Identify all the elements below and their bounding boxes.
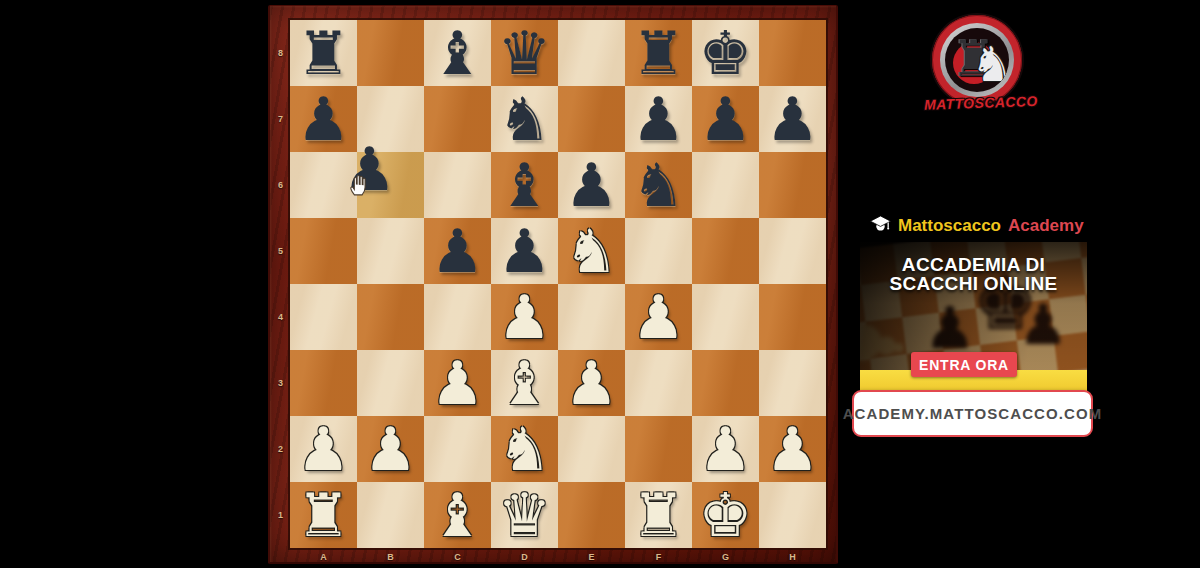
square-h3[interactable] [759, 350, 826, 416]
academy-url-box[interactable]: ACADEMY.MATTOSCACCO.COM [852, 390, 1093, 437]
square-d6[interactable]: ♝ [491, 152, 558, 218]
piece-bP-c5[interactable]: ♟ [431, 218, 485, 284]
rank-label-2: 2 [273, 416, 288, 482]
square-f8[interactable]: ♜ [625, 20, 692, 86]
square-e2[interactable] [558, 416, 625, 482]
file-label-F: F [625, 549, 692, 564]
banner-title: ACCADEMIA DI SCACCHI ONLINE [860, 255, 1087, 293]
piece-bP-e6[interactable]: ♟ [565, 152, 619, 218]
square-b8[interactable] [357, 20, 424, 86]
square-h7[interactable]: ♟ [759, 86, 826, 152]
square-g2[interactable]: ♟ [692, 416, 759, 482]
piece-wQ-d1[interactable]: ♛ [498, 482, 552, 548]
file-label-A: A [290, 549, 357, 564]
academy-header: Mattoscacco Academy [870, 215, 1084, 237]
square-g1[interactable]: ♚ [692, 482, 759, 548]
file-label-H: H [759, 549, 826, 564]
square-c6[interactable] [424, 152, 491, 218]
square-e5[interactable]: ♞ [558, 218, 625, 284]
file-label-D: D [491, 549, 558, 564]
piece-bB-d6[interactable]: ♝ [498, 152, 552, 218]
square-d3[interactable]: ♝ [491, 350, 558, 416]
rank-label-4: 4 [273, 284, 288, 350]
square-e8[interactable] [558, 20, 625, 86]
square-a2[interactable]: ♟ [290, 416, 357, 482]
square-f2[interactable] [625, 416, 692, 482]
square-f5[interactable] [625, 218, 692, 284]
rank-label-8: 8 [273, 20, 288, 86]
file-label-C: C [424, 549, 491, 564]
square-e1[interactable] [558, 482, 625, 548]
academy-suffix-text: Academy [1008, 216, 1084, 236]
square-b2[interactable]: ♟ [357, 416, 424, 482]
square-c7[interactable] [424, 86, 491, 152]
square-d1[interactable]: ♛ [491, 482, 558, 548]
piece-bQ-d8[interactable]: ♛ [498, 20, 552, 86]
chess-board-frame: ♜♝♛♜♚♟♞♟♟♟♟♝♟♞♟♟♞♟♟♟♝♟♟♟♞♟♟♜♝♛♜♚ 8765432… [268, 5, 838, 564]
square-f1[interactable]: ♜ [625, 482, 692, 548]
banner-title-line2: SCACCHI ONLINE [860, 274, 1087, 293]
piece-bP-f7[interactable]: ♟ [632, 86, 686, 152]
square-c5[interactable]: ♟ [424, 218, 491, 284]
square-c3[interactable]: ♟ [424, 350, 491, 416]
square-c8[interactable]: ♝ [424, 20, 491, 86]
square-f4[interactable]: ♟ [625, 284, 692, 350]
square-d8[interactable]: ♛ [491, 20, 558, 86]
piece-wP-b2[interactable]: ♟ [364, 416, 418, 482]
piece-wP-d4[interactable]: ♟ [498, 284, 552, 350]
piece-bP-g7[interactable]: ♟ [699, 86, 753, 152]
piece-wP-c3[interactable]: ♟ [431, 350, 485, 416]
piece-bP-d5[interactable]: ♟ [498, 218, 552, 284]
square-e3[interactable]: ♟ [558, 350, 625, 416]
file-label-G: G [692, 549, 759, 564]
entra-ora-button[interactable]: ENTRA ORA [911, 352, 1017, 377]
piece-bN-d7[interactable]: ♞ [498, 86, 552, 152]
square-b4[interactable] [357, 284, 424, 350]
square-g3[interactable] [692, 350, 759, 416]
square-d2[interactable]: ♞ [491, 416, 558, 482]
square-h5[interactable] [759, 218, 826, 284]
piece-bR-a8[interactable]: ♜ [297, 20, 351, 86]
square-h4[interactable] [759, 284, 826, 350]
banner-title-line1: ACCADEMIA DI [860, 255, 1087, 274]
square-c1[interactable]: ♝ [424, 482, 491, 548]
piece-wB-c1[interactable]: ♝ [431, 482, 485, 548]
rank-label-7: 7 [273, 86, 288, 152]
square-a8[interactable]: ♜ [290, 20, 357, 86]
square-b5[interactable] [357, 218, 424, 284]
piece-wN-d2[interactable]: ♞ [498, 416, 552, 482]
piece-wK-g1[interactable]: ♚ [699, 482, 753, 548]
square-d7[interactable]: ♞ [491, 86, 558, 152]
square-e6[interactable]: ♟ [558, 152, 625, 218]
drag-hand-cursor [349, 172, 372, 196]
square-g5[interactable] [692, 218, 759, 284]
square-c2[interactable] [424, 416, 491, 482]
square-a5[interactable] [290, 218, 357, 284]
piece-bB-c8[interactable]: ♝ [431, 20, 485, 86]
square-g8[interactable]: ♚ [692, 20, 759, 86]
square-a4[interactable] [290, 284, 357, 350]
academy-brand-text: Mattoscacco [898, 216, 1001, 236]
logo-wordmark: MATTOSCACCO [924, 93, 1030, 113]
rank-label-3: 3 [273, 350, 288, 416]
square-h1[interactable] [759, 482, 826, 548]
piece-bN-f6[interactable]: ♞ [632, 152, 686, 218]
square-b1[interactable] [357, 482, 424, 548]
square-g7[interactable]: ♟ [692, 86, 759, 152]
rank-label-1: 1 [273, 482, 288, 548]
square-h8[interactable] [759, 20, 826, 86]
square-c4[interactable] [424, 284, 491, 350]
piece-wP-f4[interactable]: ♟ [632, 284, 686, 350]
academy-ad-banner: ♚ ♟ ♟ ♟ ACCADEMIA DI SCACCHI ONLINE [860, 242, 1087, 370]
piece-wP-e3[interactable]: ♟ [565, 350, 619, 416]
piece-wB-d3[interactable]: ♝ [498, 350, 552, 416]
square-h2[interactable]: ♟ [759, 416, 826, 482]
piece-wP-g2[interactable]: ♟ [699, 416, 753, 482]
square-b3[interactable] [357, 350, 424, 416]
piece-bK-g8[interactable]: ♚ [699, 20, 753, 86]
piece-wR-f1[interactable]: ♜ [632, 482, 686, 548]
square-f6[interactable]: ♞ [625, 152, 692, 218]
mattoscacco-logo: ♜ ♞ MATTOSCACCO [924, 11, 1030, 119]
square-a3[interactable] [290, 350, 357, 416]
rank-label-6: 6 [273, 152, 288, 218]
piece-bP-h7[interactable]: ♟ [766, 86, 820, 152]
square-e4[interactable] [558, 284, 625, 350]
piece-bR-f8[interactable]: ♜ [632, 20, 686, 86]
square-d4[interactable]: ♟ [491, 284, 558, 350]
piece-wR-a1[interactable]: ♜ [297, 482, 351, 548]
rank-label-5: 5 [273, 218, 288, 284]
chess-board[interactable]: ♜♝♛♜♚♟♞♟♟♟♟♝♟♞♟♟♞♟♟♟♝♟♟♟♞♟♟♜♝♛♜♚ [290, 20, 826, 548]
square-f7[interactable]: ♟ [625, 86, 692, 152]
piece-wP-a2[interactable]: ♟ [297, 416, 351, 482]
square-g4[interactable] [692, 284, 759, 350]
logo-core: ♜ ♞ [945, 28, 1009, 92]
file-label-E: E [558, 549, 625, 564]
square-h6[interactable] [759, 152, 826, 218]
piece-wN-e5[interactable]: ♞ [565, 218, 619, 284]
square-a1[interactable]: ♜ [290, 482, 357, 548]
file-label-B: B [357, 549, 424, 564]
square-g6[interactable] [692, 152, 759, 218]
square-d5[interactable]: ♟ [491, 218, 558, 284]
piece-wP-h2[interactable]: ♟ [766, 416, 820, 482]
square-e7[interactable] [558, 86, 625, 152]
square-f3[interactable] [625, 350, 692, 416]
graduation-cap-icon [870, 215, 891, 237]
